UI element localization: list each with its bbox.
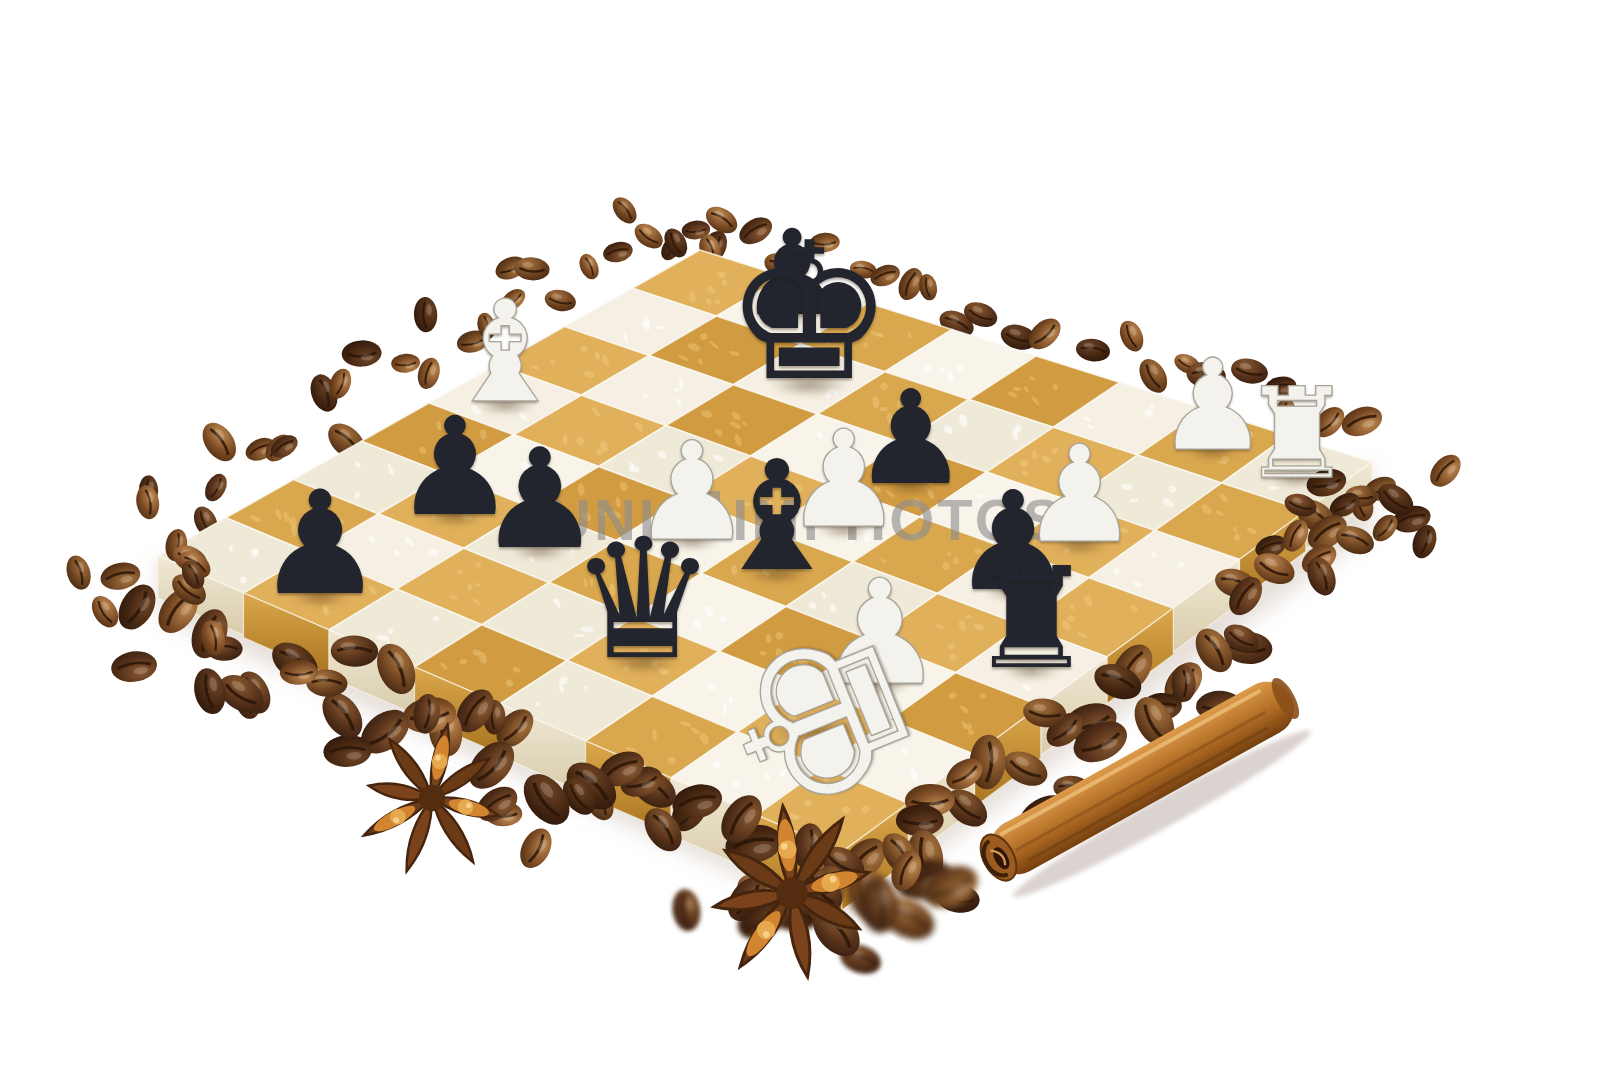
coffee-bean-icon bbox=[1229, 355, 1271, 387]
coffee-bean-icon bbox=[201, 470, 232, 505]
coffee-bean-icon bbox=[109, 648, 159, 684]
coffee-bean-icon bbox=[670, 887, 703, 933]
coffee-bean-icon bbox=[543, 287, 578, 314]
coffee-bean-icon bbox=[1274, 398, 1298, 432]
coffee-bean-icon bbox=[1338, 401, 1387, 441]
coffee-bean-icon bbox=[630, 219, 667, 254]
coffee-bean-icon bbox=[1424, 449, 1467, 493]
coffee-bean-icon bbox=[190, 665, 230, 717]
coffee-bean-icon bbox=[1074, 337, 1111, 364]
coffee-bean-icon bbox=[608, 193, 642, 228]
coffee-bean-icon bbox=[196, 417, 243, 468]
coffee-bean-icon bbox=[413, 297, 438, 333]
coffee-bean-icon bbox=[601, 239, 635, 265]
watermark: UNL IMPHOTOS bbox=[549, 486, 1065, 553]
watermark-prefix: UNL bbox=[549, 486, 677, 553]
coffee-bean-icon bbox=[514, 823, 558, 873]
coffee-bean-icon bbox=[735, 212, 777, 250]
sugar-cube-chess-photo: ♟♚♝♟♜♟♟♟♟♟♟♝♟♟♛♜♟♚ UNL IMPHOTOS bbox=[0, 0, 1600, 1067]
coffee-bean-icon bbox=[341, 339, 382, 367]
coffee-bean-icon bbox=[390, 353, 420, 374]
watermark-suffix: IMPHOTOS bbox=[732, 486, 1064, 553]
watermark-box-icon bbox=[685, 491, 720, 536]
coffee-bean-icon bbox=[576, 251, 603, 282]
coffee-bean-icon bbox=[1262, 374, 1298, 401]
coffee-bean-icon bbox=[1115, 317, 1147, 355]
coffee-bean-icon bbox=[497, 285, 529, 315]
coffee-bean-icon bbox=[86, 591, 123, 632]
coffee-bean-icon bbox=[63, 553, 95, 593]
coffee-bean-icon bbox=[810, 232, 840, 253]
